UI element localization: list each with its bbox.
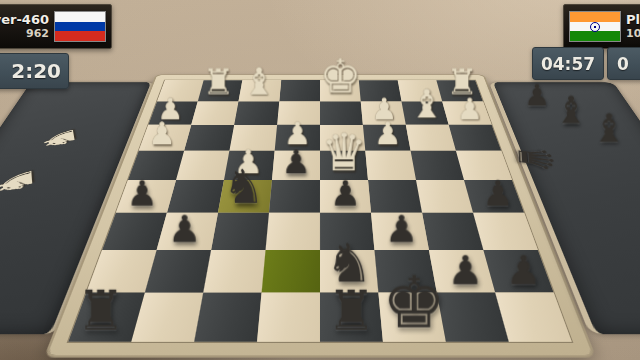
square-h5[interactable]: ♟ (464, 180, 524, 213)
square-c6[interactable] (211, 213, 269, 250)
piece-white-rook-b1[interactable]: ♜ (203, 64, 235, 100)
clock-right-time: 04:57 (541, 54, 595, 74)
square-d6[interactable] (266, 213, 320, 250)
player-right-name: Pla (626, 13, 640, 28)
piece-white-pawn-h2[interactable]: ♟ (457, 94, 483, 123)
square-g2[interactable]: ♝ (401, 101, 448, 124)
captured-white-knight: ♞ (0, 165, 41, 199)
piece-black-rook-a8[interactable]: ♜ (76, 284, 125, 339)
clock-right-secondary-time: 0 (617, 54, 629, 74)
square-b4[interactable] (176, 151, 229, 180)
clock-left-time: 2:20 (11, 59, 61, 83)
piece-white-pawn-f3[interactable]: ♟ (374, 118, 402, 149)
square-d4[interactable]: ♟ (272, 151, 320, 180)
player-bar-right: Pla 1000 (563, 4, 640, 49)
piece-white-king-e1[interactable]: ♚ (319, 53, 361, 100)
square-d5[interactable] (269, 180, 320, 213)
square-h6[interactable] (473, 213, 538, 250)
square-b8[interactable] (131, 293, 203, 342)
square-b3[interactable] (184, 125, 234, 151)
square-e8[interactable]: ♜ (320, 293, 383, 342)
square-f8[interactable]: ♚ (378, 293, 445, 342)
square-c5[interactable]: ♞ (218, 180, 272, 213)
square-g6[interactable] (422, 213, 483, 250)
piece-black-pawn-f6[interactable]: ♟ (385, 210, 418, 247)
square-c8[interactable] (194, 293, 261, 342)
board-grid: ♜♝♚♜♟♟♝♟♟♟♟♟♟♛♟♞♟♟♟♟♞♟♟♜♜♚ (68, 80, 571, 342)
captured-black-bishop: ♝ (591, 109, 626, 148)
square-g8[interactable] (437, 293, 509, 342)
square-b7[interactable] (145, 250, 211, 293)
ashoka-chakra-icon (590, 22, 600, 32)
piece-white-bishop-g2[interactable]: ♝ (409, 84, 444, 123)
piece-black-pawn-b6[interactable]: ♟ (168, 210, 201, 247)
piece-white-queen-e4[interactable]: ♛ (321, 126, 367, 178)
clock-left: 2:20 (0, 53, 69, 89)
chess-3d-scene: ♞♞♟ ♜♝♚♜♟♟♝♟♟♟♟♟♟♛♟♞♟♟♟♟♞♟♟♜♜♚ ♟♝♝♛ yer-… (0, 0, 640, 360)
square-e5[interactable]: ♟ (320, 180, 371, 213)
square-d1[interactable] (279, 80, 320, 101)
flag-india-icon (569, 11, 621, 42)
square-b6[interactable]: ♟ (157, 213, 218, 250)
piece-white-pawn-a3[interactable]: ♟ (148, 118, 176, 149)
square-c1[interactable]: ♝ (239, 80, 282, 101)
piece-black-pawn-a5[interactable]: ♟ (126, 176, 157, 211)
square-b2[interactable] (191, 101, 238, 124)
player-right-rating: 1000 (626, 28, 640, 41)
piece-black-pawn-e5[interactable]: ♟ (330, 176, 361, 211)
square-c2[interactable] (234, 101, 279, 124)
square-b1[interactable]: ♜ (198, 80, 243, 101)
piece-black-pawn-h5[interactable]: ♟ (482, 176, 513, 211)
square-h7[interactable]: ♟ (483, 250, 553, 293)
square-g4[interactable] (411, 151, 464, 180)
player-left-name: yer-460 (0, 13, 49, 28)
square-f4[interactable] (365, 151, 416, 180)
square-a3[interactable]: ♟ (139, 125, 192, 151)
square-h8[interactable] (495, 293, 572, 342)
piece-black-pawn-g7[interactable]: ♟ (447, 250, 483, 290)
square-d8[interactable] (257, 293, 320, 342)
clock-right: 04:57 (532, 47, 604, 80)
piece-black-knight-c5[interactable]: ♞ (223, 164, 265, 211)
captured-white-knight: ♞ (39, 125, 82, 153)
piece-black-pawn-d4[interactable]: ♟ (281, 145, 310, 178)
square-d7[interactable] (262, 250, 320, 293)
square-g3[interactable] (406, 125, 456, 151)
square-h3[interactable] (449, 125, 502, 151)
square-f6[interactable]: ♟ (371, 213, 429, 250)
square-f3[interactable]: ♟ (363, 125, 411, 151)
square-h2[interactable]: ♟ (442, 101, 491, 124)
flag-russia-icon (54, 11, 106, 42)
clock-right-secondary: 0 (607, 47, 640, 80)
player-bar-left: yer-460 962 (0, 4, 112, 49)
square-c7[interactable] (203, 250, 265, 293)
player-left-rating: 962 (26, 28, 49, 41)
piece-black-rook-e8[interactable]: ♜ (327, 284, 376, 339)
square-e1[interactable]: ♚ (320, 80, 361, 101)
piece-black-king-f8[interactable]: ♚ (382, 267, 446, 339)
captured-black-pawn: ♟ (524, 80, 550, 109)
board-plane: ♞♞♟ ♜♝♚♜♟♟♝♟♟♟♟♟♟♛♟♞♟♟♟♟♞♟♟♜♜♚ ♟♝♝♛ (0, 71, 640, 360)
piece-black-pawn-h7[interactable]: ♟ (506, 250, 542, 290)
piece-white-bishop-c1[interactable]: ♝ (242, 63, 275, 100)
captured-black-bishop: ♝ (554, 92, 588, 130)
